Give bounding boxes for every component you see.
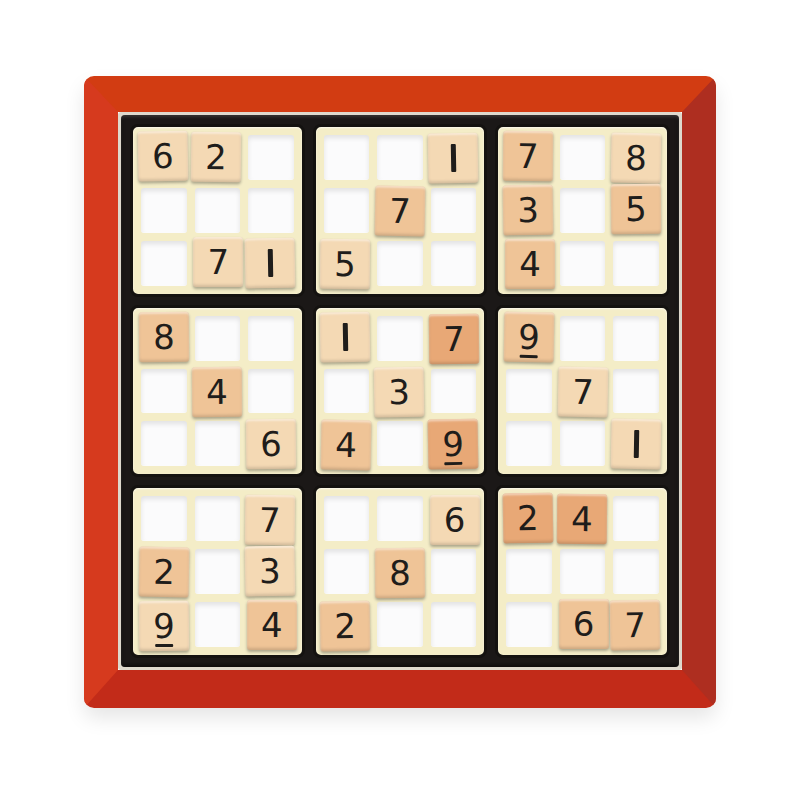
tile-number: 5 — [320, 239, 370, 289]
tile-4-r9c3[interactable]: 4 — [247, 600, 297, 650]
tile-4-r3c7[interactable]: 4 — [505, 239, 555, 289]
cell-r8c3[interactable]: 3 — [248, 549, 294, 594]
cell-r5c1[interactable] — [141, 369, 187, 414]
tile-1-r1c6[interactable]: 1 — [427, 133, 478, 184]
tile-7-r9c9[interactable]: 7 — [610, 599, 661, 650]
tile-4-r7c8[interactable]: 4 — [556, 494, 606, 544]
block-3-3: 2467 — [495, 485, 670, 658]
tile-6-r6c3[interactable]: 6 — [246, 419, 296, 469]
tile-number: 2 — [320, 600, 371, 651]
tile-7-r4c6[interactable]: 7 — [428, 314, 478, 364]
tile-6-r1c1[interactable]: 6 — [137, 131, 188, 182]
cell-r3c7[interactable]: 4 — [506, 241, 552, 286]
tile-9-r4c7[interactable]: 9 — [504, 312, 555, 363]
tile-number: 1 — [611, 418, 662, 469]
cell-r5c9[interactable] — [613, 369, 659, 414]
cell-r6c8[interactable] — [560, 421, 606, 466]
tile-number: 6 — [430, 495, 480, 545]
cell-r9c4[interactable]: 2 — [324, 602, 370, 647]
cell-r4c1[interactable]: 8 — [141, 316, 187, 361]
cell-r4c3[interactable] — [248, 316, 294, 361]
sudoku-board: 62711757835484617349971723946822467 — [121, 115, 679, 667]
tile-6-r7c6[interactable]: 6 — [430, 495, 480, 545]
tile-number: 9 — [427, 418, 478, 469]
frame-liner: 62711757835484617349971723946822467 — [118, 112, 682, 670]
cell-r6c1[interactable] — [141, 421, 187, 466]
tile-2-r7c7[interactable]: 2 — [503, 492, 554, 543]
tile-number: 3 — [503, 185, 554, 236]
cell-r3c4[interactable]: 5 — [324, 241, 370, 286]
cell-r7c3[interactable]: 7 — [248, 496, 294, 541]
tile-7-r2c5[interactable]: 7 — [375, 186, 426, 237]
cell-r3c6[interactable] — [431, 241, 477, 286]
cell-r2c1[interactable] — [141, 188, 187, 233]
cell-r4c9[interactable] — [613, 316, 659, 361]
tile-3-r5c5[interactable]: 3 — [374, 367, 425, 418]
cell-r9c8[interactable]: 6 — [560, 602, 606, 647]
cell-r9c1[interactable]: 9 — [141, 602, 187, 647]
cell-r4c8[interactable] — [560, 316, 606, 361]
tile-number: 3 — [374, 367, 425, 418]
tile-6-r9c8[interactable]: 6 — [559, 599, 609, 649]
cell-r7c8[interactable]: 4 — [560, 496, 606, 541]
tile-number: 2 — [138, 546, 189, 597]
tile-1-r6c9[interactable]: 1 — [611, 418, 662, 469]
cell-r1c9[interactable]: 8 — [613, 135, 659, 180]
tile-8-r1c9[interactable]: 8 — [611, 133, 662, 184]
cell-r6c6[interactable]: 9 — [431, 421, 477, 466]
cell-r9c2[interactable] — [195, 602, 241, 647]
cell-r4c7[interactable]: 9 — [506, 316, 552, 361]
cell-r8c4[interactable] — [324, 549, 370, 594]
tile-number: 7 — [245, 495, 295, 545]
tile-number: 9 — [139, 600, 189, 650]
cell-r1c8[interactable] — [560, 135, 606, 180]
cell-r3c5[interactable] — [377, 241, 423, 286]
tile-number: 7 — [193, 237, 243, 287]
scene: 62711757835484617349971723946822467 — [0, 0, 800, 800]
tile-8-r8c5[interactable]: 8 — [375, 547, 425, 597]
cell-r2c4[interactable] — [324, 188, 370, 233]
tile-1-r3c3[interactable]: 1 — [244, 238, 295, 289]
tile-1-r4c4[interactable]: 1 — [320, 312, 371, 363]
cell-r1c1[interactable]: 6 — [141, 135, 187, 180]
cell-r7c6[interactable]: 6 — [431, 496, 477, 541]
tile-7-r7c3[interactable]: 7 — [245, 495, 295, 545]
cell-r9c6[interactable] — [431, 602, 477, 647]
tile-7-r3c2[interactable]: 7 — [193, 237, 243, 287]
cell-r5c2[interactable]: 4 — [195, 369, 241, 414]
tile-8-r4c1[interactable]: 8 — [139, 312, 189, 362]
cell-r2c8[interactable] — [560, 188, 606, 233]
cell-r1c7[interactable]: 7 — [506, 135, 552, 180]
tile-number: 4 — [192, 367, 242, 417]
tile-number: 6 — [559, 599, 609, 649]
cell-r9c3[interactable]: 4 — [248, 602, 294, 647]
cell-r6c2[interactable] — [195, 421, 241, 466]
cell-r7c9[interactable] — [613, 496, 659, 541]
tile-7-r5c8[interactable]: 7 — [557, 367, 608, 418]
cell-r3c8[interactable] — [560, 241, 606, 286]
cell-r1c4[interactable] — [324, 135, 370, 180]
tile-number: 7 — [503, 131, 553, 181]
tile-number: 6 — [246, 419, 296, 469]
cell-r4c4[interactable]: 1 — [324, 316, 370, 361]
wooden-frame: 62711757835484617349971723946822467 — [84, 76, 716, 708]
cell-r5c6[interactable] — [431, 369, 477, 414]
tile-number: 1 — [320, 312, 371, 363]
cell-r3c1[interactable] — [141, 241, 187, 286]
cell-r5c4[interactable] — [324, 369, 370, 414]
tile-number: 4 — [247, 600, 297, 650]
cell-r4c2[interactable] — [195, 316, 241, 361]
tile-3-r8c3[interactable]: 3 — [244, 545, 295, 596]
cell-r7c5[interactable] — [377, 496, 423, 541]
tile-number: 7 — [428, 314, 478, 364]
tile-9-r6c6[interactable]: 9 — [427, 418, 478, 469]
tile-number: 9 — [504, 312, 555, 363]
cell-r4c6[interactable]: 7 — [431, 316, 477, 361]
cell-r1c5[interactable] — [377, 135, 423, 180]
tile-2-r1c2[interactable]: 2 — [191, 132, 241, 182]
cell-r6c5[interactable] — [377, 421, 423, 466]
cell-r6c3[interactable]: 6 — [248, 421, 294, 466]
cell-r3c9[interactable] — [613, 241, 659, 286]
cell-r4c5[interactable] — [377, 316, 423, 361]
cell-r3c3[interactable]: 1 — [248, 241, 294, 286]
cell-r1c3[interactable] — [248, 135, 294, 180]
block-2-3: 971 — [495, 305, 670, 478]
tile-number: 4 — [321, 419, 372, 470]
cell-r5c3[interactable] — [248, 369, 294, 414]
tile-number: 3 — [244, 545, 295, 596]
tile-number: 7 — [557, 367, 608, 418]
cell-r2c3[interactable] — [248, 188, 294, 233]
cell-r8c9[interactable] — [613, 549, 659, 594]
cell-r2c2[interactable] — [195, 188, 241, 233]
block-1-2: 175 — [313, 124, 488, 297]
tile-number: 4 — [556, 494, 606, 544]
cell-r6c7[interactable] — [506, 421, 552, 466]
tile-4-r5c2[interactable]: 4 — [192, 367, 242, 417]
cell-r9c9[interactable]: 7 — [613, 602, 659, 647]
tile-number: 1 — [427, 133, 478, 184]
cell-r5c8[interactable]: 7 — [560, 369, 606, 414]
tile-number: 7 — [610, 599, 661, 650]
tile-number: 8 — [375, 547, 425, 597]
cell-r1c2[interactable]: 2 — [195, 135, 241, 180]
tile-number: 2 — [503, 492, 554, 543]
tile-number: 6 — [137, 131, 188, 182]
cell-r9c7[interactable] — [506, 602, 552, 647]
tile-5-r2c9[interactable]: 5 — [611, 184, 661, 234]
cell-r3c2[interactable]: 7 — [195, 241, 241, 286]
tile-2-r8c1[interactable]: 2 — [138, 546, 189, 597]
cell-r8c2[interactable] — [195, 549, 241, 594]
block-2-1: 846 — [130, 305, 305, 478]
cell-r5c5[interactable]: 3 — [377, 369, 423, 414]
cell-r6c4[interactable]: 4 — [324, 421, 370, 466]
cell-r1c6[interactable]: 1 — [431, 135, 477, 180]
tile-9-r9c1[interactable]: 9 — [139, 600, 189, 650]
block-3-1: 72394 — [130, 485, 305, 658]
tile-number: 2 — [191, 132, 241, 182]
tile-number: 7 — [375, 186, 426, 237]
cell-r7c4[interactable] — [324, 496, 370, 541]
tile-number: 8 — [139, 312, 189, 362]
cell-r8c8[interactable] — [560, 549, 606, 594]
tile-number: 8 — [611, 133, 662, 184]
block-1-3: 78354 — [495, 124, 670, 297]
cell-r6c9[interactable]: 1 — [613, 421, 659, 466]
tile-5-r3c4[interactable]: 5 — [320, 239, 370, 289]
cell-r8c7[interactable] — [506, 549, 552, 594]
tile-number: 1 — [244, 238, 295, 289]
cell-r2c5[interactable]: 7 — [377, 188, 423, 233]
cell-r2c6[interactable] — [431, 188, 477, 233]
cell-r8c6[interactable] — [431, 549, 477, 594]
tile-2-r9c4[interactable]: 2 — [320, 600, 371, 651]
block-1-1: 6271 — [130, 124, 305, 297]
cell-r7c7[interactable]: 2 — [506, 496, 552, 541]
cell-r9c5[interactable] — [377, 602, 423, 647]
cell-r7c2[interactable] — [195, 496, 241, 541]
tile-7-r1c7[interactable]: 7 — [503, 131, 553, 181]
tile-3-r2c7[interactable]: 3 — [503, 185, 554, 236]
cell-r8c1[interactable]: 2 — [141, 549, 187, 594]
cell-r2c7[interactable]: 3 — [506, 188, 552, 233]
cell-r5c7[interactable] — [506, 369, 552, 414]
cell-r8c5[interactable]: 8 — [377, 549, 423, 594]
cell-r7c1[interactable] — [141, 496, 187, 541]
block-2-2: 17349 — [313, 305, 488, 478]
tile-4-r6c4[interactable]: 4 — [321, 419, 372, 470]
tile-number: 5 — [611, 184, 661, 234]
block-3-2: 682 — [313, 485, 488, 658]
tile-number: 4 — [505, 239, 555, 289]
cell-r2c9[interactable]: 5 — [613, 188, 659, 233]
